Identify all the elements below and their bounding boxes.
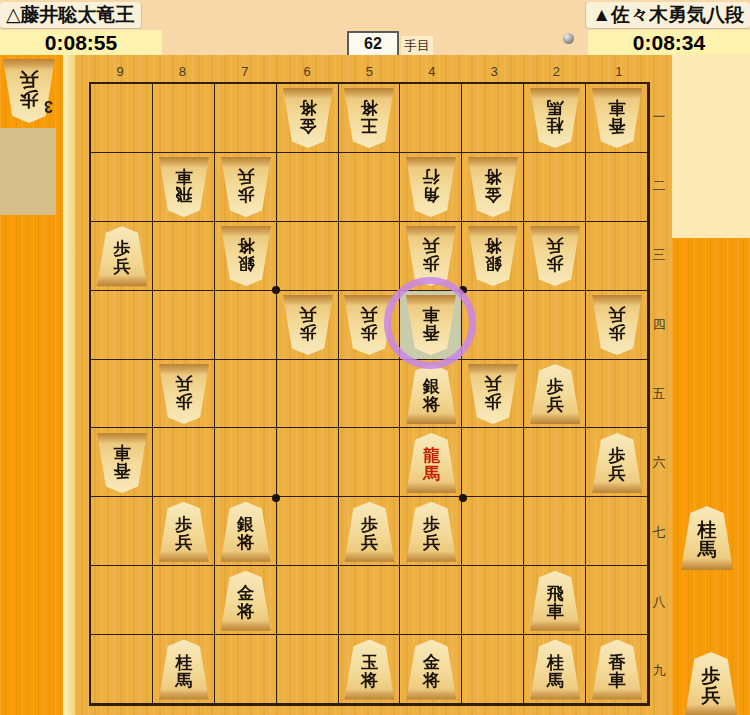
shogi-app: △藤井聡太竜王 ▲佐々木勇気八段 0:08:55 0:08:34 62 手目 歩… [0,0,750,715]
square-1九[interactable]: 香車 [586,635,648,704]
sente-name-plate: ▲佐々木勇気八段 [585,2,750,29]
piece-歩兵-gote[interactable]: 歩兵 [220,157,272,217]
piece-kanji: 兵 [547,236,564,254]
piece-kanji: 車 [609,672,626,690]
square-8四[interactable] [153,291,215,360]
piece-kanji: 歩 [361,516,378,534]
square-2三[interactable]: 歩兵 [524,222,586,291]
piece-香車-gote[interactable]: 香車 [96,433,148,493]
square-1三[interactable] [586,222,648,291]
square-1六[interactable]: 歩兵 [586,428,648,497]
piece-kanji: 将 [361,672,378,690]
piece-香車-gote[interactable]: 香車 [405,295,457,355]
piece-kanji: 歩 [702,666,721,686]
piece-角行-gote[interactable]: 角行 [405,157,457,217]
square-7六[interactable] [215,428,277,497]
piece-kanji: 兵 [20,69,39,89]
piece-kanji: 金 [237,585,254,603]
piece-kanji: 桂 [547,116,564,134]
piece-歩兵-sente[interactable]: 歩兵 [96,226,148,286]
square-6三[interactable] [277,222,339,291]
square-8六[interactable] [153,428,215,497]
piece-香車-sente[interactable]: 香車 [591,640,643,700]
piece-kanji: 香 [609,116,626,134]
piece-kanji: 歩 [547,254,564,272]
square-2八[interactable]: 飛車 [524,566,586,635]
piece-kanji: 兵 [175,374,192,392]
piece-kanji: 馬 [698,540,717,560]
piece-kanji: 桂 [547,654,564,672]
piece-kanji: 歩 [361,323,378,341]
piece-kanji: 車 [609,98,626,116]
square-1五[interactable] [586,360,648,429]
square-3八[interactable] [462,566,524,635]
piece-kanji: 兵 [361,305,378,323]
move-number-label: 手目 [401,36,433,55]
square-5七[interactable]: 歩兵 [339,497,401,566]
piece-kanji: 金 [423,654,440,672]
square-3九[interactable] [462,635,524,704]
square-4六[interactable]: 龍馬 [400,428,462,497]
square-8二[interactable]: 飛車 [153,153,215,222]
square-5八[interactable] [339,566,401,635]
square-8五[interactable]: 歩兵 [153,360,215,429]
piece-kanji: 歩 [609,447,626,465]
piece-kanji: 歩 [423,254,440,272]
piece-銀将-gote[interactable]: 銀将 [220,226,272,286]
square-4一[interactable] [400,84,462,153]
piece-kanji: 香 [609,654,626,672]
piece-kanji: 飛 [547,585,564,603]
square-1一[interactable]: 香車 [586,84,648,153]
square-9五[interactable] [91,360,153,429]
square-2二[interactable] [524,153,586,222]
piece-歩兵-gote[interactable]: 歩兵 [467,364,519,424]
piece-kanji: 歩 [609,323,626,341]
piece-kanji: 兵 [423,236,440,254]
piece-王将-gote[interactable]: 王将 [343,88,395,148]
piece-kanji: 車 [423,305,440,323]
square-5四[interactable]: 歩兵 [339,291,401,360]
piece-kanji: 馬 [423,465,440,483]
piece-kanji: 桂 [698,520,717,540]
square-7四[interactable] [215,291,277,360]
piece-kanji: 玉 [361,654,378,672]
piece-銀将-sente[interactable]: 銀将 [220,502,272,562]
hand-group-桂馬: 桂馬 [680,506,734,570]
piece-銀将-sente[interactable]: 銀将 [405,364,457,424]
square-1七[interactable] [586,497,648,566]
piece-kanji: 将 [237,603,254,621]
square-1四[interactable]: 歩兵 [586,291,648,360]
piece-歩兵-gote[interactable]: 歩兵 [282,295,334,355]
piece-歩兵-sente[interactable]: 歩兵 [343,502,395,562]
piece-kanji: 車 [175,167,192,185]
gote-hand-tray: 歩兵3 [0,55,63,715]
square-4四[interactable]: 香車 [400,291,462,360]
piece-香車-gote[interactable]: 香車 [591,88,643,148]
square-9四[interactable] [91,291,153,360]
piece-kanji: 兵 [361,534,378,552]
square-2七[interactable] [524,497,586,566]
sente-hand-tray: 桂馬歩兵 [672,238,750,715]
piece-kanji: 香 [423,323,440,341]
square-3二[interactable]: 金将 [462,153,524,222]
piece-kanji: 歩 [20,89,39,109]
square-9二[interactable] [91,153,153,222]
piece-kanji: 馬 [547,98,564,116]
square-5二[interactable] [339,153,401,222]
piece-金将-sente[interactable]: 金将 [405,640,457,700]
piece-飛車-gote[interactable]: 飛車 [158,157,210,217]
square-6一[interactable]: 金将 [277,84,339,153]
piece-金将-gote[interactable]: 金将 [467,157,519,217]
piece-桂馬-sente[interactable]: 桂馬 [529,640,581,700]
piece-kanji: 兵 [175,534,192,552]
piece-龍馬-sente[interactable]: 龍馬 [405,433,457,493]
right-blank-panel [672,55,750,238]
piece-歩兵-sente[interactable]: 歩兵 [158,502,210,562]
piece-kanji: 歩 [113,240,130,258]
piece-歩兵-sente[interactable]: 歩兵 [684,652,738,715]
square-3五[interactable]: 歩兵 [462,360,524,429]
square-9九[interactable] [91,635,153,704]
square-7一[interactable] [215,84,277,153]
square-5五[interactable] [339,360,401,429]
piece-kanji: 兵 [609,465,626,483]
square-3七[interactable] [462,497,524,566]
piece-kanji: 兵 [609,305,626,323]
piece-kanji: 将 [299,98,316,116]
piece-kanji: 将 [237,236,254,254]
piece-kanji: 桂 [175,654,192,672]
square-7八[interactable]: 金将 [215,566,277,635]
square-3一[interactable] [462,84,524,153]
board-left-edge [63,55,75,715]
piece-歩兵-gote[interactable]: 歩兵 [529,226,581,286]
square-8八[interactable] [153,566,215,635]
piece-銀将-gote[interactable]: 銀将 [467,226,519,286]
square-8七[interactable]: 歩兵 [153,497,215,566]
square-9一[interactable] [91,84,153,153]
sente-clock: 0:08:34 [588,30,750,56]
piece-歩兵-gote[interactable]: 歩兵 [591,295,643,355]
square-2六[interactable] [524,428,586,497]
square-4三[interactable]: 歩兵 [400,222,462,291]
square-4九[interactable]: 金将 [400,635,462,704]
piece-kanji: 兵 [702,686,721,706]
piece-玉将-sente[interactable]: 玉将 [343,640,395,700]
piece-kanji: 兵 [547,396,564,414]
piece-歩兵-gote[interactable]: 歩兵 [158,364,210,424]
square-5三[interactable] [339,222,401,291]
square-2五[interactable]: 歩兵 [524,360,586,429]
square-7二[interactable]: 歩兵 [215,153,277,222]
square-7三[interactable]: 銀将 [215,222,277,291]
square-3六[interactable] [462,428,524,497]
piece-kanji: 王 [361,116,378,134]
piece-kanji: 馬 [175,672,192,690]
square-2九[interactable]: 桂馬 [524,635,586,704]
piece-kanji: 銀 [485,254,502,272]
piece-桂馬-sente[interactable]: 桂馬 [680,506,734,570]
square-6五[interactable] [277,360,339,429]
piece-飛車-sente[interactable]: 飛車 [529,571,581,631]
empty-tray-slot [0,128,56,215]
piece-kanji: 銀 [237,516,254,534]
piece-kanji: 歩 [423,516,440,534]
square-4五[interactable]: 銀将 [400,360,462,429]
hand-group-歩兵: 歩兵3 [2,59,56,123]
square-1八[interactable] [586,566,648,635]
piece-桂馬-sente[interactable]: 桂馬 [158,640,210,700]
piece-桂馬-gote[interactable]: 桂馬 [529,88,581,148]
piece-金将-sente[interactable]: 金将 [220,571,272,631]
piece-kanji: 車 [113,443,130,461]
piece-kanji: 歩 [299,323,316,341]
square-2四[interactable] [524,291,586,360]
piece-kanji: 飛 [175,185,192,203]
piece-歩兵-sente[interactable]: 歩兵 [591,433,643,493]
move-number-box[interactable]: 62 [347,31,399,57]
piece-kanji: 将 [485,167,502,185]
square-8九[interactable]: 桂馬 [153,635,215,704]
square-5一[interactable]: 王将 [339,84,401,153]
piece-歩兵-gote[interactable]: 歩兵 [343,295,395,355]
square-9六[interactable]: 香車 [91,428,153,497]
piece-kanji: 兵 [237,167,254,185]
square-4二[interactable]: 角行 [400,153,462,222]
square-7七[interactable]: 銀将 [215,497,277,566]
piece-kanji: 金 [485,185,502,203]
piece-kanji: 将 [423,396,440,414]
square-3四[interactable] [462,291,524,360]
square-9七[interactable] [91,497,153,566]
square-1二[interactable] [586,153,648,222]
square-6九[interactable] [277,635,339,704]
piece-金将-gote[interactable]: 金将 [282,88,334,148]
turn-indicator-dot [563,33,574,44]
square-8一[interactable] [153,84,215,153]
piece-kanji: 車 [547,603,564,621]
piece-kanji: 歩 [175,392,192,410]
piece-kanji: 将 [423,672,440,690]
piece-kanji: 将 [361,98,378,116]
piece-歩兵-sente[interactable]: 歩兵 [405,502,457,562]
square-8三[interactable] [153,222,215,291]
square-6七[interactable] [277,497,339,566]
square-2一[interactable]: 桂馬 [524,84,586,153]
piece-kanji: 角 [423,185,440,203]
piece-kanji: 銀 [237,254,254,272]
piece-kanji: 兵 [423,534,440,552]
gote-clock: 0:08:55 [0,30,162,56]
piece-歩兵-gote[interactable]: 歩兵 [405,226,457,286]
square-5九[interactable]: 玉将 [339,635,401,704]
piece-kanji: 銀 [423,378,440,396]
square-5六[interactable] [339,428,401,497]
square-3三[interactable]: 銀将 [462,222,524,291]
hand-count: 3 [44,97,53,115]
piece-kanji: 歩 [547,378,564,396]
hand-group-歩兵: 歩兵 [684,652,738,715]
piece-歩兵-sente[interactable]: 歩兵 [529,364,581,424]
square-6四[interactable]: 歩兵 [277,291,339,360]
piece-kanji: 行 [423,167,440,185]
board-grid: 金将王将桂馬香車飛車歩兵角行金将歩兵銀将歩兵銀将歩兵歩兵歩兵香車歩兵歩兵銀将歩兵… [89,82,650,706]
gote-name-plate: △藤井聡太竜王 [0,2,142,29]
square-6二[interactable] [277,153,339,222]
piece-kanji: 馬 [547,672,564,690]
piece-kanji: 歩 [175,516,192,534]
square-9三[interactable]: 歩兵 [91,222,153,291]
square-6八[interactable] [277,566,339,635]
square-6六[interactable] [277,428,339,497]
square-7五[interactable] [215,360,277,429]
piece-kanji: 金 [299,116,316,134]
piece-kanji: 兵 [485,374,502,392]
piece-kanji: 兵 [299,305,316,323]
piece-kanji: 龍 [423,447,440,465]
piece-kanji: 歩 [485,392,502,410]
piece-kanji: 将 [237,534,254,552]
piece-kanji: 兵 [113,258,130,276]
square-4七[interactable]: 歩兵 [400,497,462,566]
piece-kanji: 香 [113,461,130,479]
square-4八[interactable] [400,566,462,635]
square-9八[interactable] [91,566,153,635]
square-7九[interactable] [215,635,277,704]
piece-kanji: 将 [485,236,502,254]
piece-kanji: 歩 [237,185,254,203]
